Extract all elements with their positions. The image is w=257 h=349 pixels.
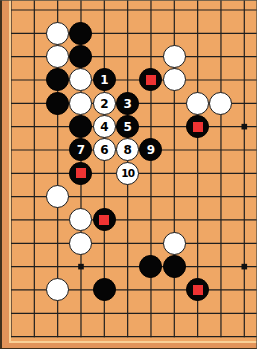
- board-point: [46, 92, 69, 115]
- board-point: [139, 68, 162, 91]
- black-stone: [69, 162, 92, 185]
- black-stone: 7: [69, 138, 92, 161]
- move-number-label: 4: [100, 121, 108, 133]
- white-stone: [186, 92, 209, 115]
- board-point: 2: [93, 92, 116, 115]
- board-point: [46, 68, 69, 91]
- board-point: [163, 232, 186, 255]
- black-stone: [69, 22, 92, 45]
- black-stone: [46, 92, 69, 115]
- board-point: 5: [116, 115, 139, 138]
- move-number-label: 7: [77, 144, 85, 156]
- move-number-label: 9: [147, 144, 155, 156]
- black-stone: [46, 68, 69, 91]
- white-stone: [163, 68, 186, 91]
- board-point: [69, 92, 92, 115]
- move-number-label: 10: [121, 168, 134, 179]
- board-point: [209, 92, 232, 115]
- white-stone: 2: [93, 92, 116, 115]
- square-mark-icon: [193, 285, 203, 295]
- board-point: 8: [116, 138, 139, 161]
- board-point: [163, 255, 186, 278]
- board-point: 9: [139, 138, 162, 161]
- black-stone: 9: [139, 138, 162, 161]
- white-stone: [46, 45, 69, 68]
- board-point: [69, 232, 92, 255]
- board-top-cut-edge: [0, 0, 257, 1]
- board-point: [93, 208, 116, 231]
- white-stone: [69, 92, 92, 115]
- board-point: [186, 115, 209, 138]
- black-stone: [69, 45, 92, 68]
- board-point: 3: [116, 92, 139, 115]
- board-point: [163, 45, 186, 68]
- board-point: 4: [93, 115, 116, 138]
- board-point: 10: [116, 162, 139, 185]
- board-point: [46, 22, 69, 45]
- board-point: [93, 278, 116, 301]
- white-stone: [69, 232, 92, 255]
- board-point: [69, 208, 92, 231]
- white-stone: 4: [93, 115, 116, 138]
- black-stone: [163, 255, 186, 278]
- white-stone: [209, 92, 232, 115]
- black-stone: [69, 115, 92, 138]
- board-point: [69, 162, 92, 185]
- black-stone: 3: [116, 92, 139, 115]
- white-stone: 8: [116, 138, 139, 161]
- board-point: 7: [69, 138, 92, 161]
- move-number-label: 3: [123, 98, 131, 110]
- board-point: [186, 278, 209, 301]
- black-stone: 5: [116, 115, 139, 138]
- black-stone: [93, 278, 116, 301]
- square-mark-icon: [146, 75, 156, 85]
- board-point: [69, 115, 92, 138]
- board-point: 1: [93, 68, 116, 91]
- board-point: [186, 92, 209, 115]
- square-mark-icon: [193, 122, 203, 132]
- white-stone: [163, 232, 186, 255]
- board-point: [139, 255, 162, 278]
- move-number-label: 2: [100, 98, 108, 110]
- square-mark-icon: [76, 168, 86, 178]
- white-stone: 6: [93, 138, 116, 161]
- white-stone: [163, 45, 186, 68]
- white-stone: [69, 208, 92, 231]
- board-point: [69, 22, 92, 45]
- board-left-frame: [2, 0, 9, 349]
- black-stone: [186, 115, 209, 138]
- black-stone: [93, 208, 116, 231]
- go-diagram: 12345768910: [0, 0, 257, 349]
- move-number-label: 6: [100, 144, 108, 156]
- black-stone: [139, 68, 162, 91]
- black-stone: [139, 255, 162, 278]
- black-stone: [186, 278, 209, 301]
- move-number-label: 1: [100, 74, 108, 86]
- board-point: 6: [93, 138, 116, 161]
- move-number-label: 5: [123, 121, 131, 133]
- board-right-cut-edge: [256, 0, 257, 349]
- board-point: [69, 68, 92, 91]
- square-mark-icon: [99, 215, 109, 225]
- board-left-highlight: [9, 0, 11, 349]
- board-point: [69, 45, 92, 68]
- white-stone: [46, 22, 69, 45]
- board-point: [46, 45, 69, 68]
- board-point: [163, 68, 186, 91]
- white-stone: 10: [116, 162, 139, 185]
- white-stone: [46, 278, 69, 301]
- white-stone: [69, 68, 92, 91]
- move-number-label: 8: [123, 144, 131, 156]
- white-stone: [46, 185, 69, 208]
- board-point: [46, 278, 69, 301]
- black-stone: 1: [93, 68, 116, 91]
- board-point: [46, 185, 69, 208]
- board-intersections: 12345768910: [0, 0, 256, 348]
